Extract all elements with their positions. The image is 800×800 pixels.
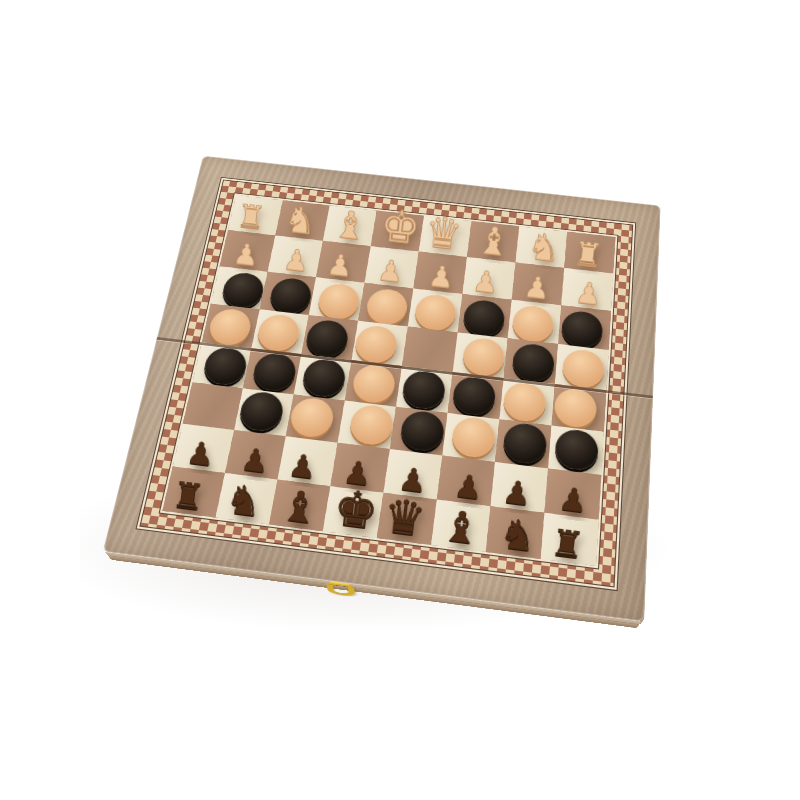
square-h3[interactable]	[548, 426, 604, 475]
square-g6[interactable]	[508, 300, 561, 344]
dark-pawn[interactable]: ♟	[545, 482, 603, 519]
dark-rook[interactable]: ♜	[159, 475, 216, 516]
dark-queen[interactable]: ♛	[375, 492, 435, 543]
square-h1[interactable]: ♜	[541, 513, 599, 566]
checker-dark[interactable]	[502, 421, 548, 465]
square-a2[interactable]: ♟	[173, 424, 234, 473]
checker-light[interactable]	[347, 403, 395, 446]
checker-light[interactable]	[287, 396, 335, 439]
light-bishop[interactable]: ♝	[467, 220, 520, 261]
square-c6[interactable]	[309, 277, 365, 320]
dark-bishop[interactable]: ♝	[431, 503, 490, 551]
dark-rook[interactable]: ♜	[538, 523, 597, 565]
square-c8[interactable]: ♝	[323, 205, 377, 246]
checker-light[interactable]	[255, 312, 302, 352]
square-a7[interactable]: ♟	[220, 230, 276, 272]
square-h2[interactable]: ♟	[544, 468, 601, 519]
square-c1[interactable]: ♝	[269, 480, 330, 532]
checker-dark[interactable]	[250, 351, 298, 393]
folding-chess-box: ♜♞♝♚♛♝♞♜♟♟♟♟♟♟♟♟♟♟♟♟♟♟♟♟♜♞♝♚♛♝♞♜	[103, 156, 661, 622]
checker-dark[interactable]	[237, 390, 286, 433]
square-c7[interactable]: ♟	[316, 241, 371, 283]
light-rook[interactable]: ♜	[225, 199, 276, 235]
checker-dark[interactable]	[462, 298, 506, 338]
dark-pawn[interactable]: ♟	[488, 475, 545, 512]
board-frame: ♜♞♝♚♛♝♞♜♟♟♟♟♟♟♟♟♟♟♟♟♟♟♟♟♜♞♝♚♛♝♞♜	[103, 156, 661, 622]
square-b3[interactable]	[234, 388, 294, 436]
square-e5[interactable]	[402, 327, 458, 372]
square-g5[interactable]	[504, 338, 558, 384]
checker-light[interactable]	[353, 323, 399, 364]
square-e4[interactable]	[396, 366, 453, 413]
light-pawn[interactable]: ♟	[365, 255, 417, 288]
checker-dark[interactable]	[451, 374, 497, 416]
checker-light[interactable]	[206, 307, 254, 347]
square-c3[interactable]	[286, 394, 345, 442]
light-knight[interactable]: ♞	[275, 201, 327, 240]
square-f2[interactable]: ♟	[437, 455, 495, 506]
square-e1[interactable]: ♛	[377, 493, 437, 545]
square-h8[interactable]: ♜	[564, 232, 615, 274]
square-b5[interactable]	[251, 309, 308, 354]
square-d5[interactable]	[352, 321, 408, 366]
light-pawn[interactable]: ♟	[221, 238, 272, 271]
square-f3[interactable]	[442, 413, 499, 462]
square-e6[interactable]	[408, 288, 463, 332]
square-d7[interactable]: ♟	[365, 246, 419, 288]
square-e3[interactable]	[390, 407, 448, 456]
square-c2[interactable]: ♟	[278, 436, 338, 486]
checker-dark[interactable]	[398, 409, 445, 453]
checker-light[interactable]	[553, 386, 597, 429]
checker-dark[interactable]	[553, 427, 598, 471]
square-h6[interactable]	[558, 305, 611, 350]
light-rook[interactable]: ♜	[561, 236, 614, 272]
light-pawn[interactable]: ♟	[562, 277, 615, 310]
checker-dark[interactable]	[267, 276, 313, 315]
light-pawn[interactable]: ♟	[314, 249, 366, 282]
checker-dark[interactable]	[304, 318, 350, 358]
checker-light[interactable]	[511, 303, 554, 343]
square-d1[interactable]: ♚	[323, 486, 384, 538]
square-d3[interactable]	[338, 401, 396, 449]
square-e7[interactable]: ♟	[413, 252, 467, 295]
square-e8[interactable]: ♛	[419, 216, 472, 257]
checker-light[interactable]	[561, 347, 605, 388]
dark-knight[interactable]: ♞	[215, 478, 273, 523]
light-pawn[interactable]: ♟	[460, 265, 513, 298]
checker-dark[interactable]	[511, 342, 555, 383]
square-g8[interactable]: ♞	[516, 226, 568, 268]
square-d6[interactable]	[358, 283, 413, 327]
checker-light[interactable]	[350, 362, 397, 404]
checker-dark[interactable]	[560, 309, 603, 349]
checker-light[interactable]	[364, 287, 409, 326]
square-g1[interactable]: ♞	[486, 506, 545, 559]
square-f7[interactable]: ♟	[462, 257, 515, 300]
checker-light[interactable]	[502, 380, 547, 423]
dark-pawn[interactable]: ♟	[173, 436, 229, 472]
square-a4[interactable]	[192, 342, 251, 388]
light-pawn[interactable]: ♟	[511, 271, 564, 304]
board-field: ♜♞♝♚♛♝♞♜♟♟♟♟♟♟♟♟♟♟♟♟♟♟♟♟♜♞♝♚♛♝♞♜	[160, 193, 618, 568]
checker-dark[interactable]	[201, 345, 249, 386]
square-g3[interactable]	[495, 419, 551, 468]
checker-light[interactable]	[413, 292, 458, 331]
square-h7[interactable]: ♟	[561, 268, 613, 311]
square-a5[interactable]	[202, 304, 260, 349]
checker-light[interactable]	[450, 415, 496, 459]
square-f1[interactable]: ♝	[431, 499, 490, 552]
square-f8[interactable]: ♝	[467, 221, 519, 262]
square-b8[interactable]: ♞	[275, 200, 329, 241]
square-f6[interactable]	[458, 294, 512, 338]
square-h5[interactable]	[555, 344, 609, 390]
checker-light[interactable]	[316, 281, 362, 320]
dark-bishop[interactable]: ♝	[270, 483, 328, 530]
product-photo-scene: ♜♞♝♚♛♝♞♜♟♟♟♟♟♟♟♟♟♟♟♟♟♟♟♟♜♞♝♚♛♝♞♜	[0, 0, 800, 800]
mosaic-border: ♜♞♝♚♛♝♞♜♟♟♟♟♟♟♟♟♟♟♟♟♟♟♟♟♜♞♝♚♛♝♞♜	[137, 178, 635, 590]
checker-dark[interactable]	[219, 271, 266, 310]
square-b6[interactable]	[260, 272, 316, 315]
checker-dark[interactable]	[300, 357, 347, 399]
square-g7[interactable]: ♟	[512, 262, 565, 305]
square-f5[interactable]	[453, 332, 508, 378]
square-a3[interactable]	[183, 382, 243, 430]
light-bishop[interactable]: ♝	[324, 204, 376, 245]
square-b1[interactable]: ♞	[216, 473, 278, 524]
checker-light[interactable]	[461, 336, 506, 377]
square-a6[interactable]	[211, 266, 268, 309]
square-c5[interactable]	[301, 315, 358, 360]
square-b4[interactable]	[243, 348, 301, 394]
checker-dark[interactable]	[400, 368, 446, 410]
square-d8[interactable]: ♚	[371, 211, 424, 252]
square-g2[interactable]: ♟	[490, 462, 548, 513]
light-queen[interactable]: ♛	[417, 211, 470, 256]
clasp-loop	[326, 583, 355, 597]
